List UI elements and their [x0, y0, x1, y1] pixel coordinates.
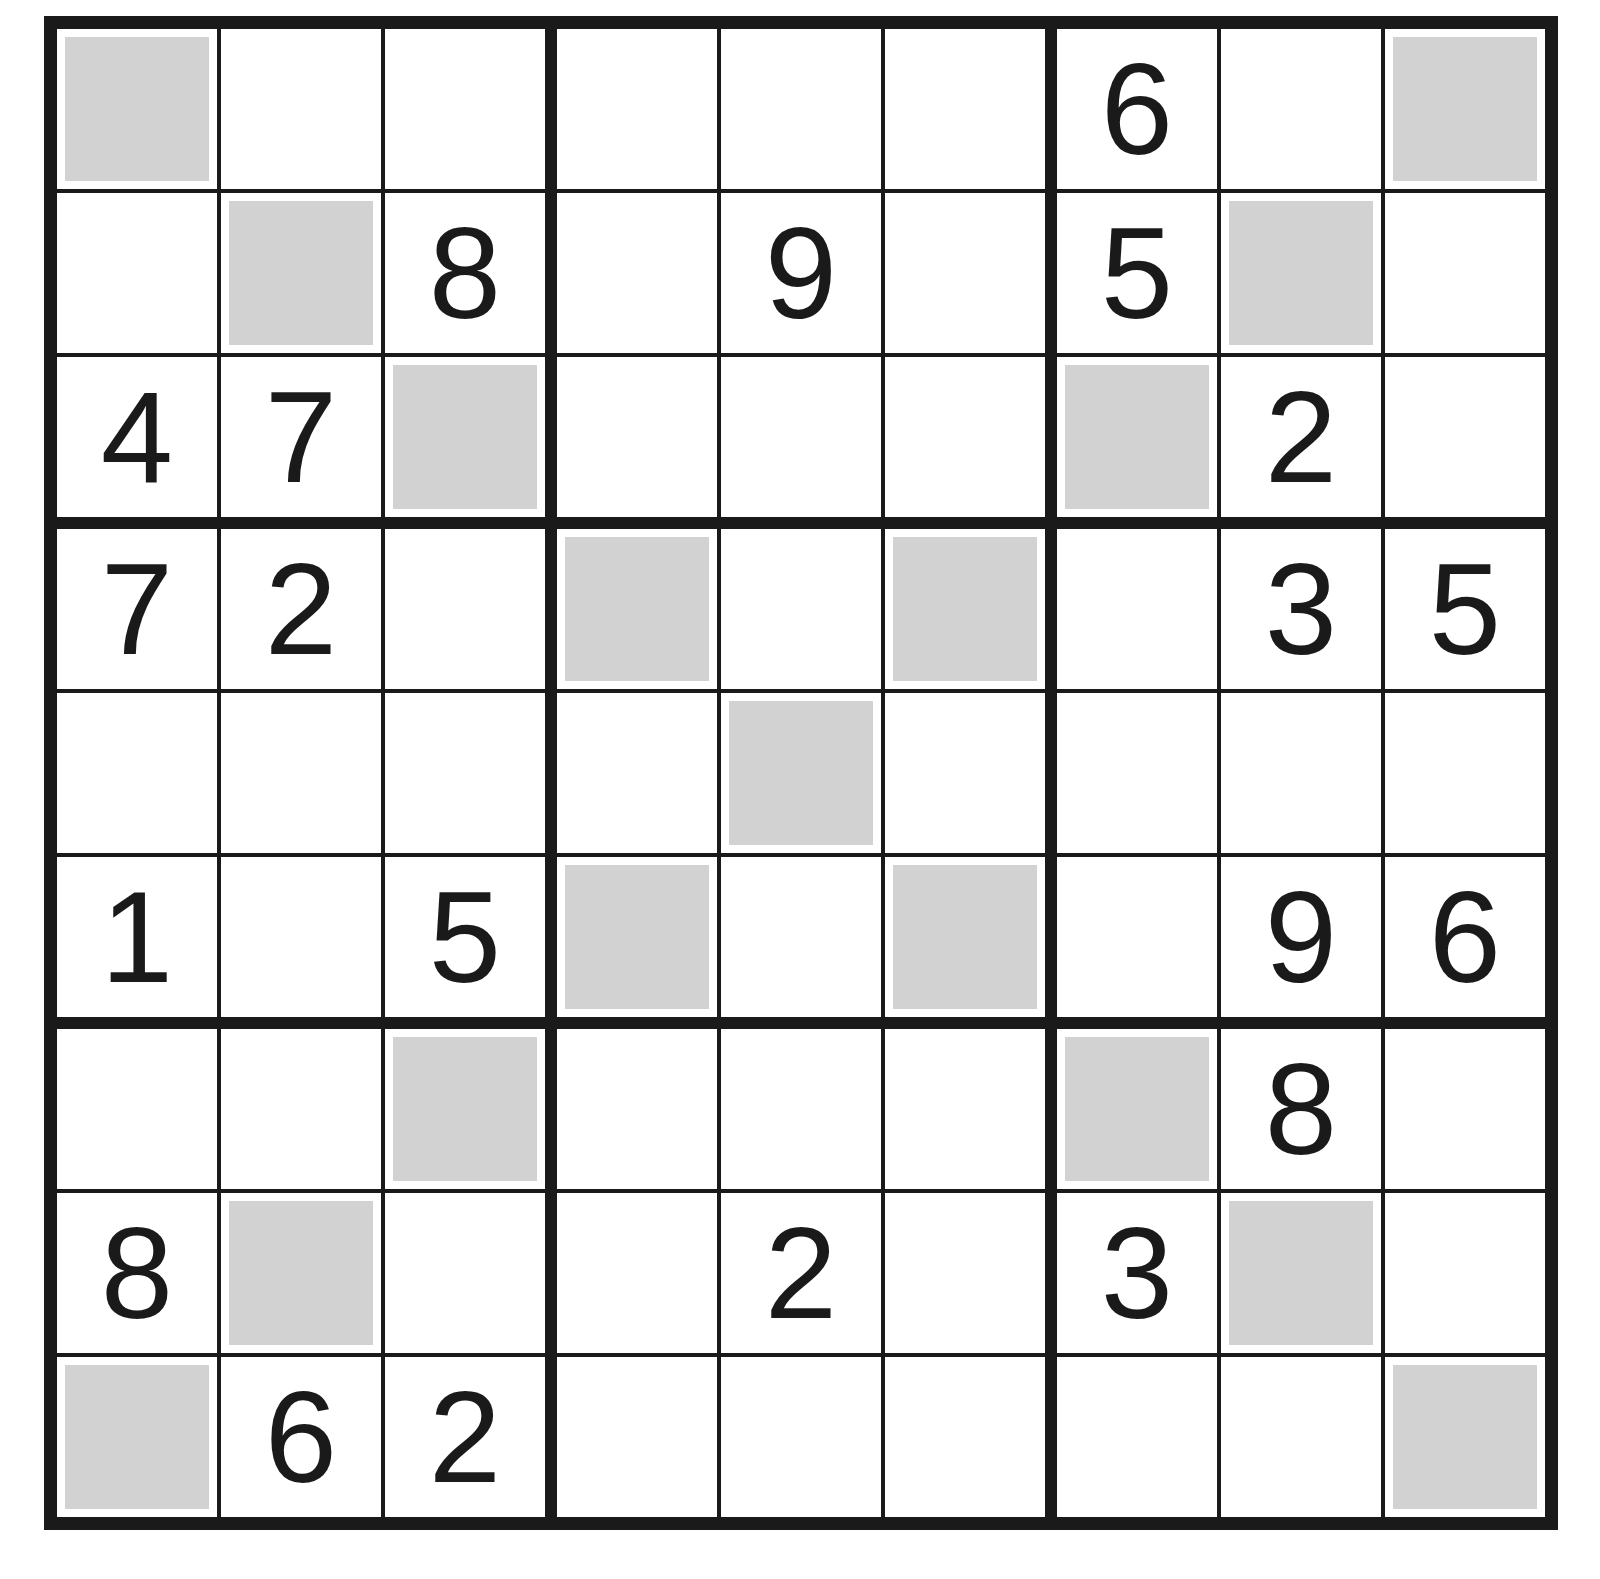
given-digit: 4: [101, 372, 173, 502]
given-digit: 3: [1265, 544, 1337, 674]
cell-r3c7[interactable]: [1057, 357, 1217, 517]
cell-r4c1[interactable]: 7: [57, 529, 217, 689]
cell-r7c3[interactable]: [385, 1029, 545, 1189]
cell-r6c1[interactable]: 1: [57, 857, 217, 1017]
box-2-3: 3596: [1057, 529, 1545, 1017]
cell-r4c9[interactable]: 5: [1385, 529, 1545, 689]
cell-r6c6[interactable]: [885, 857, 1045, 1017]
cell-r7c6[interactable]: [885, 1029, 1045, 1189]
cell-r5c7[interactable]: [1057, 693, 1217, 853]
diagonal-shaded-marker: [65, 1365, 209, 1509]
box-3-3: 83: [1057, 1029, 1545, 1517]
given-digit: 5: [1101, 208, 1173, 338]
given-digit: 6: [1101, 44, 1173, 174]
cell-r3c3[interactable]: [385, 357, 545, 517]
cell-r5c1[interactable]: [57, 693, 217, 853]
given-digit: 3: [1101, 1208, 1173, 1338]
cell-r6c8[interactable]: 9: [1221, 857, 1381, 1017]
cell-r5c9[interactable]: [1385, 693, 1545, 853]
cell-r8c7[interactable]: 3: [1057, 1193, 1217, 1353]
cell-r3c9[interactable]: [1385, 357, 1545, 517]
box-3-2: 2: [557, 1029, 1045, 1517]
cell-r2c3[interactable]: 8: [385, 193, 545, 353]
cell-r7c8[interactable]: 8: [1221, 1029, 1381, 1189]
box-1-3: 652: [1057, 29, 1545, 517]
cell-r9c5[interactable]: [721, 1357, 881, 1517]
diagonal-shaded-marker: [229, 1201, 373, 1345]
cell-r1c9[interactable]: [1385, 29, 1545, 189]
cell-r1c7[interactable]: 6: [1057, 29, 1217, 189]
given-digit: 2: [765, 1208, 837, 1338]
cell-r4c8[interactable]: 3: [1221, 529, 1381, 689]
cell-r3c5[interactable]: [721, 357, 881, 517]
diagonal-shaded-marker: [393, 365, 537, 509]
diagonal-shaded-marker: [729, 701, 873, 845]
cell-r3c1[interactable]: 4: [57, 357, 217, 517]
cell-r8c8[interactable]: [1221, 1193, 1381, 1353]
cell-r3c4[interactable]: [557, 357, 717, 517]
given-digit: 6: [1429, 872, 1501, 1002]
cell-r4c4[interactable]: [557, 529, 717, 689]
box-1-1: 847: [57, 29, 545, 517]
cell-r4c3[interactable]: [385, 529, 545, 689]
cell-r4c5[interactable]: [721, 529, 881, 689]
given-digit: 9: [765, 208, 837, 338]
cell-r3c6[interactable]: [885, 357, 1045, 517]
cell-r5c4[interactable]: [557, 693, 717, 853]
given-digit: 7: [265, 372, 337, 502]
cell-r6c9[interactable]: 6: [1385, 857, 1545, 1017]
cell-r8c5[interactable]: 2: [721, 1193, 881, 1353]
cell-r5c3[interactable]: [385, 693, 545, 853]
given-digit: 2: [429, 1372, 501, 1502]
sudoku-board: 847965272153596862283: [44, 16, 1558, 1530]
cell-r3c8[interactable]: 2: [1221, 357, 1381, 517]
cell-r1c3[interactable]: [385, 29, 545, 189]
cell-r2c2[interactable]: [221, 193, 381, 353]
diagonal-shaded-marker: [1065, 365, 1209, 509]
cell-r4c7[interactable]: [1057, 529, 1217, 689]
cell-r7c4[interactable]: [557, 1029, 717, 1189]
cell-r8c9[interactable]: [1385, 1193, 1545, 1353]
given-digit: 2: [265, 544, 337, 674]
cell-r5c6[interactable]: [885, 693, 1045, 853]
cell-r8c6[interactable]: [885, 1193, 1045, 1353]
cell-r9c2[interactable]: 6: [221, 1357, 381, 1517]
cell-r6c3[interactable]: 5: [385, 857, 545, 1017]
cell-r7c5[interactable]: [721, 1029, 881, 1189]
cell-r6c2[interactable]: [221, 857, 381, 1017]
cell-r1c6[interactable]: [885, 29, 1045, 189]
cell-r5c2[interactable]: [221, 693, 381, 853]
cell-r7c1[interactable]: [57, 1029, 217, 1189]
diagonal-shaded-marker: [1393, 37, 1537, 181]
given-digit: 6: [265, 1372, 337, 1502]
diagonal-shaded-marker: [565, 865, 709, 1009]
box-1-2: 9: [557, 29, 1045, 517]
diagonal-shaded-marker: [229, 201, 373, 345]
diagonal-shaded-marker: [565, 537, 709, 681]
cell-r2c8[interactable]: [1221, 193, 1381, 353]
cell-r9c8[interactable]: [1221, 1357, 1381, 1517]
cell-r4c2[interactable]: 2: [221, 529, 381, 689]
cell-r2c9[interactable]: [1385, 193, 1545, 353]
given-digit: 2: [1265, 372, 1337, 502]
cell-r2c7[interactable]: 5: [1057, 193, 1217, 353]
cell-r8c1[interactable]: 8: [57, 1193, 217, 1353]
diagonal-shaded-marker: [893, 865, 1037, 1009]
cell-r1c5[interactable]: [721, 29, 881, 189]
given-digit: 9: [1265, 872, 1337, 1002]
cell-r3c2[interactable]: 7: [221, 357, 381, 517]
cell-r9c4[interactable]: [557, 1357, 717, 1517]
given-digit: 8: [1265, 1044, 1337, 1174]
cell-r6c4[interactable]: [557, 857, 717, 1017]
cell-r1c2[interactable]: [221, 29, 381, 189]
diagonal-shaded-marker: [1065, 1037, 1209, 1181]
given-digit: 1: [101, 872, 173, 1002]
diagonal-shaded-marker: [393, 1037, 537, 1181]
diagonal-shaded-marker: [1229, 201, 1373, 345]
cell-r9c6[interactable]: [885, 1357, 1045, 1517]
cell-r7c2[interactable]: [221, 1029, 381, 1189]
cell-r8c4[interactable]: [557, 1193, 717, 1353]
given-digit: 7: [101, 544, 173, 674]
cell-r9c7[interactable]: [1057, 1357, 1217, 1517]
cell-r8c2[interactable]: [221, 1193, 381, 1353]
box-2-2: [557, 529, 1045, 1017]
given-digit: 5: [429, 872, 501, 1002]
given-digit: 8: [101, 1208, 173, 1338]
given-digit: 5: [1429, 544, 1501, 674]
cell-r1c4[interactable]: [557, 29, 717, 189]
diagonal-shaded-marker: [65, 37, 209, 181]
box-3-1: 862: [57, 1029, 545, 1517]
cell-r1c1[interactable]: [57, 29, 217, 189]
cell-r5c5[interactable]: [721, 693, 881, 853]
cell-r2c4[interactable]: [557, 193, 717, 353]
cell-r9c3[interactable]: 2: [385, 1357, 545, 1517]
cell-r1c8[interactable]: [1221, 29, 1381, 189]
cell-r7c7[interactable]: [1057, 1029, 1217, 1189]
cell-r5c8[interactable]: [1221, 693, 1381, 853]
cell-r2c6[interactable]: [885, 193, 1045, 353]
given-digit: 8: [429, 208, 501, 338]
cell-r6c7[interactable]: [1057, 857, 1217, 1017]
cell-r6c5[interactable]: [721, 857, 881, 1017]
cell-r4c6[interactable]: [885, 529, 1045, 689]
cell-r9c9[interactable]: [1385, 1357, 1545, 1517]
cell-r2c5[interactable]: 9: [721, 193, 881, 353]
box-2-1: 7215: [57, 529, 545, 1017]
diagonal-shaded-marker: [893, 537, 1037, 681]
cell-r2c1[interactable]: [57, 193, 217, 353]
cell-r7c9[interactable]: [1385, 1029, 1545, 1189]
cell-r8c3[interactable]: [385, 1193, 545, 1353]
cell-r9c1[interactable]: [57, 1357, 217, 1517]
diagonal-shaded-marker: [1393, 1365, 1537, 1509]
diagonal-shaded-marker: [1229, 1201, 1373, 1345]
